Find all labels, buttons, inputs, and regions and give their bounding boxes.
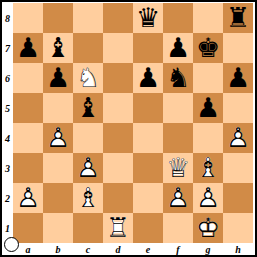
square-b2[interactable]	[43, 183, 73, 213]
square-b8[interactable]	[43, 3, 73, 33]
square-c8[interactable]	[73, 3, 103, 33]
chess-board[interactable]: ♛♜♟♝♟♚♟♞♘♟♞♟♝♟♟♙♟♙♟♙♛♕♝♗♟♙♝♗♟♙♟♙♜♖♚♔	[13, 3, 253, 243]
square-g8[interactable]	[193, 3, 223, 33]
square-b3[interactable]	[43, 153, 73, 183]
square-a8[interactable]	[13, 3, 43, 33]
square-c5[interactable]: ♝	[73, 93, 103, 123]
piece-black-pawn[interactable]: ♟	[193, 93, 223, 123]
square-c7[interactable]	[73, 33, 103, 63]
square-h5[interactable]	[223, 93, 253, 123]
side-to-move-indicator	[4, 237, 19, 252]
piece-black-pawn[interactable]: ♟	[43, 63, 73, 93]
square-a6[interactable]	[13, 63, 43, 93]
square-f5[interactable]	[163, 93, 193, 123]
piece-outline-layer: ♙	[73, 153, 103, 183]
square-f8[interactable]	[163, 3, 193, 33]
piece-black-queen[interactable]: ♛	[133, 3, 163, 33]
rank-label-4: 4	[2, 123, 13, 153]
square-d6[interactable]	[103, 63, 133, 93]
piece-black-knight[interactable]: ♞	[163, 63, 193, 93]
file-label-h: h	[223, 243, 253, 255]
square-h8[interactable]: ♜	[223, 3, 253, 33]
file-label-d: d	[103, 243, 133, 255]
rank-label-5: 5	[2, 93, 13, 123]
square-c6[interactable]: ♞♘	[73, 63, 103, 93]
piece-white-pawn[interactable]: ♟♙	[223, 123, 253, 153]
square-f2[interactable]: ♟♙	[163, 183, 193, 213]
piece-white-pawn[interactable]: ♟♙	[193, 183, 223, 213]
square-d4[interactable]	[103, 123, 133, 153]
square-a4[interactable]	[13, 123, 43, 153]
piece-outline-layer: ♕	[163, 153, 193, 183]
square-h4[interactable]: ♟♙	[223, 123, 253, 153]
file-label-e: e	[133, 243, 163, 255]
square-d1[interactable]: ♜♖	[103, 213, 133, 243]
piece-black-pawn[interactable]: ♟	[163, 33, 193, 63]
piece-outline-layer: ♙	[43, 123, 73, 153]
square-b4[interactable]: ♟♙	[43, 123, 73, 153]
square-b6[interactable]: ♟	[43, 63, 73, 93]
square-f3[interactable]: ♛♕	[163, 153, 193, 183]
piece-black-bishop[interactable]: ♝	[73, 93, 103, 123]
square-e3[interactable]	[133, 153, 163, 183]
square-h2[interactable]	[223, 183, 253, 213]
piece-white-pawn[interactable]: ♟♙	[43, 123, 73, 153]
square-f6[interactable]: ♞	[163, 63, 193, 93]
square-a5[interactable]	[13, 93, 43, 123]
square-a7[interactable]: ♟	[13, 33, 43, 63]
piece-white-pawn[interactable]: ♟♙	[73, 153, 103, 183]
piece-white-pawn[interactable]: ♟♙	[163, 183, 193, 213]
square-e7[interactable]	[133, 33, 163, 63]
rank-label-2: 2	[2, 183, 13, 213]
square-b7[interactable]: ♝	[43, 33, 73, 63]
square-c3[interactable]: ♟♙	[73, 153, 103, 183]
square-e2[interactable]	[133, 183, 163, 213]
square-h1[interactable]	[223, 213, 253, 243]
piece-black-king[interactable]: ♚	[193, 33, 223, 63]
piece-white-king[interactable]: ♚♔	[193, 213, 223, 243]
file-label-g: g	[193, 243, 223, 255]
square-d7[interactable]	[103, 33, 133, 63]
piece-outline-layer: ♗	[193, 153, 223, 183]
square-e8[interactable]: ♛	[133, 3, 163, 33]
rank-label-3: 3	[2, 153, 13, 183]
file-label-b: b	[43, 243, 73, 255]
piece-black-rook[interactable]: ♜	[223, 3, 253, 33]
piece-white-knight[interactable]: ♞♘	[73, 63, 103, 93]
piece-outline-layer: ♙	[13, 183, 43, 213]
piece-white-rook[interactable]: ♜♖	[103, 213, 133, 243]
square-g5[interactable]: ♟	[193, 93, 223, 123]
rank-label-8: 8	[2, 3, 13, 33]
piece-white-bishop[interactable]: ♝♗	[73, 183, 103, 213]
piece-black-pawn[interactable]: ♟	[133, 63, 163, 93]
chess-diagram: 87654321 ♛♜♟♝♟♚♟♞♘♟♞♟♝♟♟♙♟♙♟♙♛♕♝♗♟♙♝♗♟♙♟…	[0, 0, 257, 257]
square-b1[interactable]	[43, 213, 73, 243]
square-f1[interactable]	[163, 213, 193, 243]
square-f4[interactable]	[163, 123, 193, 153]
rank-labels: 87654321	[2, 3, 13, 243]
piece-white-pawn[interactable]: ♟♙	[13, 183, 43, 213]
square-d5[interactable]	[103, 93, 133, 123]
square-h7[interactable]	[223, 33, 253, 63]
square-f7[interactable]: ♟	[163, 33, 193, 63]
square-a3[interactable]	[13, 153, 43, 183]
piece-black-bishop[interactable]: ♝	[43, 33, 73, 63]
file-label-c: c	[73, 243, 103, 255]
square-c2[interactable]: ♝♗	[73, 183, 103, 213]
square-c1[interactable]	[73, 213, 103, 243]
piece-white-bishop[interactable]: ♝♗	[193, 153, 223, 183]
piece-outline-layer: ♙	[223, 123, 253, 153]
square-g4[interactable]	[193, 123, 223, 153]
square-g2[interactable]: ♟♙	[193, 183, 223, 213]
file-labels: abcdefgh	[13, 243, 253, 255]
piece-outline-layer: ♖	[103, 213, 133, 243]
square-d8[interactable]	[103, 3, 133, 33]
square-c4[interactable]	[73, 123, 103, 153]
rank-label-6: 6	[2, 63, 13, 93]
piece-white-queen[interactable]: ♛♕	[163, 153, 193, 183]
square-a2[interactable]: ♟♙	[13, 183, 43, 213]
square-g7[interactable]: ♚	[193, 33, 223, 63]
piece-outline-layer: ♔	[193, 213, 223, 243]
square-e4[interactable]	[133, 123, 163, 153]
rank-label-7: 7	[2, 33, 13, 63]
square-h6[interactable]: ♟	[223, 63, 253, 93]
file-label-f: f	[163, 243, 193, 255]
square-d2[interactable]	[103, 183, 133, 213]
square-g6[interactable]	[193, 63, 223, 93]
square-e6[interactable]: ♟	[133, 63, 163, 93]
piece-outline-layer: ♘	[73, 63, 103, 93]
square-e5[interactable]	[133, 93, 163, 123]
square-g1[interactable]: ♚♔	[193, 213, 223, 243]
square-d3[interactable]	[103, 153, 133, 183]
square-b5[interactable]	[43, 93, 73, 123]
piece-black-pawn[interactable]: ♟	[13, 33, 43, 63]
square-a1[interactable]	[13, 213, 43, 243]
piece-outline-layer: ♙	[193, 183, 223, 213]
piece-black-pawn[interactable]: ♟	[223, 63, 253, 93]
piece-outline-layer: ♙	[163, 183, 193, 213]
piece-outline-layer: ♗	[73, 183, 103, 213]
square-e1[interactable]	[133, 213, 163, 243]
square-g3[interactable]: ♝♗	[193, 153, 223, 183]
square-h3[interactable]	[223, 153, 253, 183]
